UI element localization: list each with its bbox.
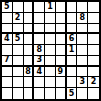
sudoku-cell-r3c8[interactable]: [77, 24, 88, 35]
sudoku-cell-r8c4[interactable]: [34, 77, 45, 88]
sudoku-cell-r2c7[interactable]: [67, 13, 78, 24]
sudoku-cell-r8c5[interactable]: [45, 77, 56, 88]
sudoku-cell-r7c5[interactable]: [45, 67, 56, 78]
sudoku-cell-r6c7[interactable]: [67, 56, 78, 67]
sudoku-cell-r2c9[interactable]: [88, 13, 99, 24]
sudoku-cell-r9c9[interactable]: [88, 88, 99, 99]
sudoku-cell-r2c4[interactable]: [34, 13, 45, 24]
sudoku-cell-r3c4[interactable]: [34, 24, 45, 35]
sudoku-cell-r7c9[interactable]: [88, 67, 99, 78]
sudoku-cell-r4c9[interactable]: [88, 34, 99, 45]
sudoku-cell-r9c5[interactable]: [45, 88, 56, 99]
sudoku-cell-r8c7[interactable]: [67, 77, 78, 88]
sudoku-cell-r9c4[interactable]: [34, 88, 45, 99]
sudoku-board: 51284568173849325: [0, 0, 101, 101]
sudoku-cell-r4c1[interactable]: 4: [2, 34, 13, 45]
sudoku-cell-r8c3[interactable]: [24, 77, 35, 88]
sudoku-cell-r7c4[interactable]: 4: [34, 67, 45, 78]
sudoku-cell-r3c1[interactable]: [2, 24, 13, 35]
sudoku-cell-r9c2[interactable]: [13, 88, 24, 99]
sudoku-cell-r2c1[interactable]: [2, 13, 13, 24]
sudoku-cell-r7c6[interactable]: 9: [56, 67, 67, 78]
sudoku-cell-r4c2[interactable]: 5: [13, 34, 24, 45]
sudoku-cell-r3c2[interactable]: [13, 24, 24, 35]
sudoku-cell-r6c5[interactable]: [45, 56, 56, 67]
sudoku-cell-r9c6[interactable]: [56, 88, 67, 99]
sudoku-cell-r3c9[interactable]: [88, 24, 99, 35]
sudoku-cell-r8c2[interactable]: [13, 77, 24, 88]
sudoku-cell-r1c5[interactable]: 1: [45, 2, 56, 13]
sudoku-cell-r7c3[interactable]: 8: [24, 67, 35, 78]
sudoku-cell-r5c8[interactable]: [77, 45, 88, 56]
sudoku-cell-r8c1[interactable]: [2, 77, 13, 88]
sudoku-cell-r2c2[interactable]: 2: [13, 13, 24, 24]
sudoku-cell-r1c6[interactable]: [56, 2, 67, 13]
sudoku-cell-r1c3[interactable]: [24, 2, 35, 13]
sudoku-cell-r4c6[interactable]: [56, 34, 67, 45]
sudoku-cell-r9c8[interactable]: [77, 88, 88, 99]
sudoku-cell-r1c1[interactable]: 5: [2, 2, 13, 13]
sudoku-cell-r5c1[interactable]: [2, 45, 13, 56]
sudoku-cell-r2c3[interactable]: [24, 13, 35, 24]
sudoku-cell-r4c4[interactable]: [34, 34, 45, 45]
sudoku-cell-r2c8[interactable]: 8: [77, 13, 88, 24]
sudoku-cell-r6c3[interactable]: [24, 56, 35, 67]
sudoku-cell-r5c3[interactable]: [24, 45, 35, 56]
sudoku-cell-r1c2[interactable]: [13, 2, 24, 13]
sudoku-cell-r4c8[interactable]: [77, 34, 88, 45]
sudoku-cell-r7c2[interactable]: [13, 67, 24, 78]
sudoku-cell-r8c9[interactable]: 2: [88, 77, 99, 88]
sudoku-cell-r9c3[interactable]: [24, 88, 35, 99]
sudoku-cell-r7c7[interactable]: [67, 67, 78, 78]
sudoku-cell-r2c5[interactable]: [45, 13, 56, 24]
sudoku-cell-r6c8[interactable]: [77, 56, 88, 67]
sudoku-cell-r1c4[interactable]: [34, 2, 45, 13]
sudoku-cell-r2c6[interactable]: [56, 13, 67, 24]
sudoku-cell-r8c8[interactable]: 3: [77, 77, 88, 88]
sudoku-cell-r1c9[interactable]: [88, 2, 99, 13]
sudoku-cell-r7c1[interactable]: [2, 67, 13, 78]
sudoku-cell-r1c8[interactable]: [77, 2, 88, 13]
sudoku-cell-r6c2[interactable]: [13, 56, 24, 67]
sudoku-cell-r9c7[interactable]: 5: [67, 88, 78, 99]
sudoku-cell-r7c8[interactable]: [77, 67, 88, 78]
sudoku-cell-r5c5[interactable]: [45, 45, 56, 56]
sudoku-cell-r5c7[interactable]: 1: [67, 45, 78, 56]
sudoku-cell-r3c7[interactable]: [67, 24, 78, 35]
sudoku-cell-r4c5[interactable]: [45, 34, 56, 45]
sudoku-cell-r5c4[interactable]: 8: [34, 45, 45, 56]
sudoku-cell-r8c6[interactable]: [56, 77, 67, 88]
sudoku-cell-r5c2[interactable]: [13, 45, 24, 56]
sudoku-cell-r6c1[interactable]: 7: [2, 56, 13, 67]
sudoku-cell-r3c6[interactable]: [56, 24, 67, 35]
sudoku-cell-r4c3[interactable]: [24, 34, 35, 45]
sudoku-cell-r5c9[interactable]: [88, 45, 99, 56]
sudoku-cell-r9c1[interactable]: [2, 88, 13, 99]
sudoku-cell-r6c6[interactable]: [56, 56, 67, 67]
sudoku-cell-r3c3[interactable]: [24, 24, 35, 35]
sudoku-cell-r3c5[interactable]: [45, 24, 56, 35]
sudoku-cell-r6c9[interactable]: [88, 56, 99, 67]
sudoku-cell-r6c4[interactable]: 3: [34, 56, 45, 67]
sudoku-cell-r4c7[interactable]: 6: [67, 34, 78, 45]
sudoku-cell-r1c7[interactable]: [67, 2, 78, 13]
sudoku-cell-r5c6[interactable]: [56, 45, 67, 56]
